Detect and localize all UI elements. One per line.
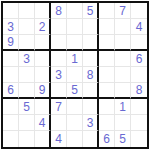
cell-r6c8[interactable] (115, 83, 131, 99)
cell-r5c9[interactable] (131, 67, 147, 83)
cell-r6c4[interactable] (51, 83, 67, 99)
cell-r4c6[interactable] (83, 51, 99, 67)
cell-r5c1[interactable] (3, 67, 19, 83)
cell-r8c8[interactable] (115, 115, 131, 131)
cell-r4c8[interactable] (115, 51, 131, 67)
cell-r3c6[interactable] (83, 35, 99, 51)
cell-r6c5[interactable]: 5 (67, 83, 83, 99)
cell-r8c3[interactable]: 4 (35, 115, 51, 131)
cell-r1c3[interactable] (35, 3, 51, 19)
cell-r3c3[interactable] (35, 35, 51, 51)
cell-r9c2[interactable] (19, 131, 35, 147)
cell-r2c1[interactable]: 3 (3, 19, 19, 35)
cell-r2c3[interactable]: 2 (35, 19, 51, 35)
cell-r8c2[interactable] (19, 115, 35, 131)
cell-r1c8[interactable]: 7 (115, 3, 131, 19)
cell-r4c5[interactable]: 1 (67, 51, 83, 67)
cell-r8c7[interactable] (99, 115, 115, 131)
cell-r6c9[interactable]: 8 (131, 83, 147, 99)
cell-r1c4[interactable]: 8 (51, 3, 67, 19)
cell-r3c2[interactable] (19, 35, 35, 51)
cell-r4c1[interactable] (3, 51, 19, 67)
cell-r1c5[interactable] (67, 3, 83, 19)
cell-r7c8[interactable]: 1 (115, 99, 131, 115)
cell-r4c4[interactable] (51, 51, 67, 67)
cell-r2c6[interactable] (83, 19, 99, 35)
cell-r7c3[interactable] (35, 99, 51, 115)
cell-r7c9[interactable] (131, 99, 147, 115)
cell-r4c2[interactable]: 3 (19, 51, 35, 67)
cell-r3c7[interactable] (99, 35, 115, 51)
cell-r3c4[interactable] (51, 35, 67, 51)
cell-r5c2[interactable] (19, 67, 35, 83)
cell-r1c1[interactable] (3, 3, 19, 19)
sudoku-board: 857324931638695857143465 (1, 1, 149, 149)
cell-r1c2[interactable] (19, 3, 35, 19)
cell-r9c5[interactable] (67, 131, 83, 147)
cell-r8c1[interactable] (3, 115, 19, 131)
cell-r6c7[interactable] (99, 83, 115, 99)
cell-r9c7[interactable]: 6 (99, 131, 115, 147)
cell-r4c7[interactable] (99, 51, 115, 67)
cell-r2c5[interactable] (67, 19, 83, 35)
cell-r3c1[interactable]: 9 (3, 35, 19, 51)
cell-r6c1[interactable]: 6 (3, 83, 19, 99)
cell-r2c4[interactable] (51, 19, 67, 35)
cell-r7c6[interactable] (83, 99, 99, 115)
cell-r7c4[interactable]: 7 (51, 99, 67, 115)
cell-r2c2[interactable] (19, 19, 35, 35)
cell-r7c1[interactable] (3, 99, 19, 115)
cell-r7c5[interactable] (67, 99, 83, 115)
cell-r9c4[interactable]: 4 (51, 131, 67, 147)
cell-r3c8[interactable] (115, 35, 131, 51)
cell-r2c8[interactable] (115, 19, 131, 35)
cell-r2c7[interactable] (99, 19, 115, 35)
cell-r4c9[interactable]: 6 (131, 51, 147, 67)
cell-r6c3[interactable]: 9 (35, 83, 51, 99)
cell-r7c7[interactable] (99, 99, 115, 115)
cell-r1c9[interactable] (131, 3, 147, 19)
cell-r8c4[interactable] (51, 115, 67, 131)
cell-r3c5[interactable] (67, 35, 83, 51)
cell-r7c2[interactable]: 5 (19, 99, 35, 115)
cell-r1c7[interactable] (99, 3, 115, 19)
cell-r9c9[interactable] (131, 131, 147, 147)
cell-r5c6[interactable]: 8 (83, 67, 99, 83)
cell-r9c3[interactable] (35, 131, 51, 147)
cell-r1c6[interactable]: 5 (83, 3, 99, 19)
cell-r9c1[interactable] (3, 131, 19, 147)
cell-r9c6[interactable] (83, 131, 99, 147)
cell-r8c6[interactable]: 3 (83, 115, 99, 131)
cell-r2c9[interactable]: 4 (131, 19, 147, 35)
cell-r9c8[interactable]: 5 (115, 131, 131, 147)
cell-r6c2[interactable] (19, 83, 35, 99)
cell-r5c7[interactable] (99, 67, 115, 83)
cell-r5c5[interactable] (67, 67, 83, 83)
cell-r6c6[interactable] (83, 83, 99, 99)
cell-r5c4[interactable]: 3 (51, 67, 67, 83)
cell-r5c3[interactable] (35, 67, 51, 83)
cell-r4c3[interactable] (35, 51, 51, 67)
cell-r5c8[interactable] (115, 67, 131, 83)
cell-r8c5[interactable] (67, 115, 83, 131)
cell-r3c9[interactable] (131, 35, 147, 51)
cell-r8c9[interactable] (131, 115, 147, 131)
